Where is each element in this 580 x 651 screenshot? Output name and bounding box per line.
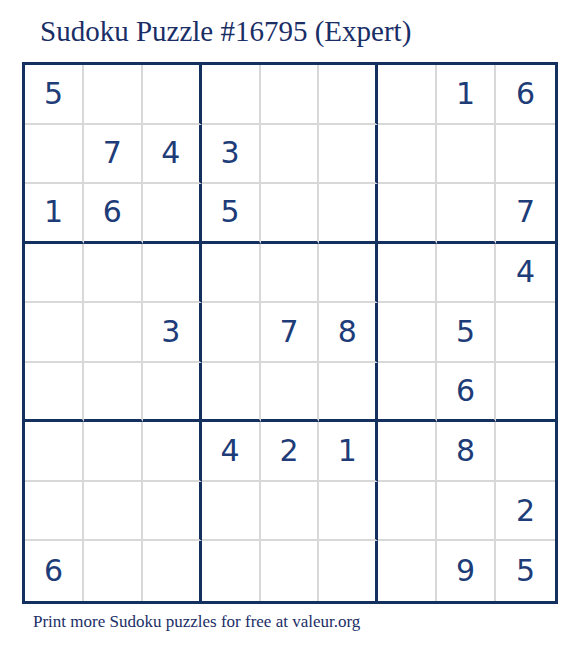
- cell-r1c1[interactable]: 5: [25, 65, 84, 125]
- cell-r8c5[interactable]: [261, 482, 320, 542]
- cell-r9c8[interactable]: 9: [437, 541, 496, 601]
- cell-r8c6[interactable]: [319, 482, 378, 542]
- cell-r2c7[interactable]: [378, 125, 437, 185]
- cell-r6c1[interactable]: [25, 363, 84, 423]
- cell-r3c6[interactable]: [319, 184, 378, 244]
- cell-r7c5[interactable]: 2: [261, 422, 320, 482]
- cell-r2c6[interactable]: [319, 125, 378, 185]
- cell-r5c8[interactable]: 5: [437, 303, 496, 363]
- cell-r2c3[interactable]: 4: [143, 125, 202, 185]
- cell-r9c4[interactable]: [202, 541, 261, 601]
- cell-r1c4[interactable]: [202, 65, 261, 125]
- cell-r8c1[interactable]: [25, 482, 84, 542]
- cell-r1c2[interactable]: [84, 65, 143, 125]
- page-title: Sudoku Puzzle #16795 (Expert): [40, 15, 411, 48]
- cell-r3c1[interactable]: 1: [25, 184, 84, 244]
- cell-r2c2[interactable]: 7: [84, 125, 143, 185]
- cell-r2c5[interactable]: [261, 125, 320, 185]
- cell-r7c7[interactable]: [378, 422, 437, 482]
- cell-r5c9[interactable]: [496, 303, 555, 363]
- cell-r1c6[interactable]: [319, 65, 378, 125]
- cell-r7c3[interactable]: [143, 422, 202, 482]
- cell-r7c2[interactable]: [84, 422, 143, 482]
- sudoku-grid: 516743165743785642182695: [22, 62, 558, 604]
- cell-r9c2[interactable]: [84, 541, 143, 601]
- cell-r3c2[interactable]: 6: [84, 184, 143, 244]
- cell-r2c9[interactable]: [496, 125, 555, 185]
- cell-r3c4[interactable]: 5: [202, 184, 261, 244]
- cell-r6c3[interactable]: [143, 363, 202, 423]
- cell-r1c7[interactable]: [378, 65, 437, 125]
- cell-r8c9[interactable]: 2: [496, 482, 555, 542]
- cell-r9c9[interactable]: 5: [496, 541, 555, 601]
- cell-r9c3[interactable]: [143, 541, 202, 601]
- cell-r6c2[interactable]: [84, 363, 143, 423]
- cell-r7c9[interactable]: [496, 422, 555, 482]
- cell-r3c7[interactable]: [378, 184, 437, 244]
- cell-r4c2[interactable]: [84, 244, 143, 304]
- cell-r9c6[interactable]: [319, 541, 378, 601]
- cell-r5c6[interactable]: 8: [319, 303, 378, 363]
- cell-r5c5[interactable]: 7: [261, 303, 320, 363]
- cell-r9c7[interactable]: [378, 541, 437, 601]
- cell-r4c9[interactable]: 4: [496, 244, 555, 304]
- cell-r6c8[interactable]: 6: [437, 363, 496, 423]
- cell-r7c1[interactable]: [25, 422, 84, 482]
- cell-r3c8[interactable]: [437, 184, 496, 244]
- cell-r2c8[interactable]: [437, 125, 496, 185]
- cell-r4c8[interactable]: [437, 244, 496, 304]
- cell-r2c1[interactable]: [25, 125, 84, 185]
- cell-r1c5[interactable]: [261, 65, 320, 125]
- cell-r4c5[interactable]: [261, 244, 320, 304]
- cell-r6c6[interactable]: [319, 363, 378, 423]
- cell-r5c1[interactable]: [25, 303, 84, 363]
- cell-r1c8[interactable]: 1: [437, 65, 496, 125]
- cell-r6c4[interactable]: [202, 363, 261, 423]
- cell-r9c1[interactable]: 6: [25, 541, 84, 601]
- cell-r3c9[interactable]: 7: [496, 184, 555, 244]
- cell-r8c2[interactable]: [84, 482, 143, 542]
- cell-r5c4[interactable]: [202, 303, 261, 363]
- cell-r7c6[interactable]: 1: [319, 422, 378, 482]
- cell-r1c3[interactable]: [143, 65, 202, 125]
- cell-r8c7[interactable]: [378, 482, 437, 542]
- cell-r7c8[interactable]: 8: [437, 422, 496, 482]
- cell-r1c9[interactable]: 6: [496, 65, 555, 125]
- cell-r3c3[interactable]: [143, 184, 202, 244]
- cell-r4c6[interactable]: [319, 244, 378, 304]
- cell-r8c4[interactable]: [202, 482, 261, 542]
- footer-text: Print more Sudoku puzzles for free at va…: [33, 612, 360, 632]
- cell-r6c5[interactable]: [261, 363, 320, 423]
- cell-r4c1[interactable]: [25, 244, 84, 304]
- cell-r3c5[interactable]: [261, 184, 320, 244]
- cell-r5c7[interactable]: [378, 303, 437, 363]
- cell-r6c7[interactable]: [378, 363, 437, 423]
- cell-r9c5[interactable]: [261, 541, 320, 601]
- cell-r2c4[interactable]: 3: [202, 125, 261, 185]
- sudoku-page: Sudoku Puzzle #16795 (Expert) 5167431657…: [0, 0, 580, 651]
- cell-r8c8[interactable]: [437, 482, 496, 542]
- cell-r6c9[interactable]: [496, 363, 555, 423]
- cell-r4c3[interactable]: [143, 244, 202, 304]
- cell-r5c3[interactable]: 3: [143, 303, 202, 363]
- cell-r7c4[interactable]: 4: [202, 422, 261, 482]
- cell-r4c4[interactable]: [202, 244, 261, 304]
- cell-r8c3[interactable]: [143, 482, 202, 542]
- cell-r5c2[interactable]: [84, 303, 143, 363]
- cell-r4c7[interactable]: [378, 244, 437, 304]
